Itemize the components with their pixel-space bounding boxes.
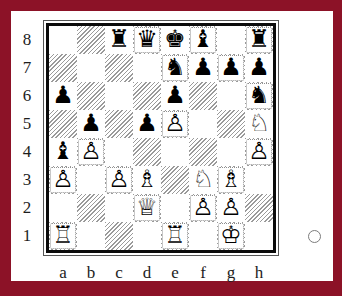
- square-a6[interactable]: ♟: [49, 82, 77, 110]
- square-d5[interactable]: ♟: [133, 110, 161, 138]
- square-f3[interactable]: ♘: [189, 166, 217, 194]
- piece-white-rook[interactable]: ♖: [52, 223, 74, 247]
- piece-halo: ♟: [218, 55, 244, 81]
- piece-halo: ♕: [134, 195, 160, 221]
- square-h1[interactable]: [245, 222, 273, 250]
- piece-white-pawn[interactable]: ♙: [80, 139, 102, 163]
- piece-white-king[interactable]: ♔: [220, 223, 242, 247]
- square-a1[interactable]: ♖: [49, 222, 77, 250]
- square-a3[interactable]: ♙: [49, 166, 77, 194]
- piece-halo: ♙: [246, 139, 272, 165]
- file-label-e: e: [161, 262, 189, 284]
- file-labels: abcdefgh: [49, 262, 273, 284]
- square-h8[interactable]: ♜: [245, 26, 273, 54]
- diagram-panel: 87654321 ♜♛♚♝♜♞♟♟♟♟♟♞♟♟♙♘♝♙♙♙♙♗♘♗♕♙♙♖♖♔ …: [11, 11, 333, 281]
- square-a8[interactable]: [49, 26, 77, 54]
- piece-white-queen[interactable]: ♕: [136, 195, 158, 219]
- piece-white-pawn[interactable]: ♙: [164, 111, 186, 135]
- piece-black-knight[interactable]: ♞: [164, 55, 186, 79]
- square-a2[interactable]: [49, 194, 77, 222]
- square-e1[interactable]: ♖: [161, 222, 189, 250]
- square-b6[interactable]: [77, 82, 105, 110]
- square-d6[interactable]: [133, 82, 161, 110]
- square-d4[interactable]: [133, 138, 161, 166]
- square-b7[interactable]: [77, 54, 105, 82]
- square-c1[interactable]: [105, 222, 133, 250]
- piece-white-bishop[interactable]: ♗: [220, 167, 242, 191]
- board: ♜♛♚♝♜♞♟♟♟♟♟♞♟♟♙♘♝♙♙♙♙♗♘♗♕♙♙♖♖♔: [46, 23, 276, 253]
- square-f8[interactable]: ♝: [189, 26, 217, 54]
- square-a7[interactable]: [49, 54, 77, 82]
- square-g6[interactable]: [217, 82, 245, 110]
- square-g4[interactable]: [217, 138, 245, 166]
- piece-white-knight[interactable]: ♘: [248, 111, 270, 135]
- piece-halo: ♙: [162, 111, 188, 137]
- rank-label-2: 2: [14, 194, 40, 222]
- square-a5[interactable]: [49, 110, 77, 138]
- piece-black-knight[interactable]: ♞: [248, 83, 270, 107]
- square-c4[interactable]: [105, 138, 133, 166]
- square-e5[interactable]: ♙: [161, 110, 189, 138]
- file-label-f: f: [189, 262, 217, 284]
- white-to-move-indicator: [308, 230, 321, 243]
- square-e3[interactable]: [161, 166, 189, 194]
- piece-black-queen[interactable]: ♛: [136, 27, 158, 51]
- piece-white-pawn[interactable]: ♙: [192, 195, 214, 219]
- piece-white-pawn[interactable]: ♙: [108, 167, 130, 191]
- piece-halo: ♝: [190, 27, 216, 53]
- square-e4[interactable]: [161, 138, 189, 166]
- file-label-c: c: [105, 262, 133, 284]
- square-h6[interactable]: ♞: [245, 82, 273, 110]
- square-h4[interactable]: ♙: [245, 138, 273, 166]
- piece-halo: ♞: [246, 83, 272, 109]
- square-g5[interactable]: [217, 110, 245, 138]
- square-g8[interactable]: [217, 26, 245, 54]
- piece-halo: ♙: [106, 167, 132, 193]
- piece-halo: ♞: [162, 55, 188, 81]
- square-c3[interactable]: ♙: [105, 166, 133, 194]
- piece-black-king[interactable]: ♚: [164, 27, 186, 51]
- rank-label-4: 4: [14, 138, 40, 166]
- square-b5[interactable]: ♟: [77, 110, 105, 138]
- piece-halo: ♜: [246, 27, 272, 53]
- piece-white-rook[interactable]: ♖: [164, 223, 186, 247]
- square-c8[interactable]: ♜: [105, 26, 133, 54]
- square-d7[interactable]: [133, 54, 161, 82]
- square-g1[interactable]: ♔: [217, 222, 245, 250]
- square-b4[interactable]: ♙: [77, 138, 105, 166]
- square-f2[interactable]: ♙: [189, 194, 217, 222]
- square-d2[interactable]: ♕: [133, 194, 161, 222]
- piece-black-pawn[interactable]: ♟: [164, 83, 186, 107]
- piece-halo: ♙: [190, 195, 216, 221]
- piece-halo: ♖: [162, 223, 188, 249]
- piece-white-pawn[interactable]: ♙: [248, 139, 270, 163]
- file-label-b: b: [77, 262, 105, 284]
- piece-black-pawn[interactable]: ♟: [52, 83, 74, 107]
- square-d1[interactable]: [133, 222, 161, 250]
- piece-white-pawn[interactable]: ♙: [52, 167, 74, 191]
- chess-diagram-page: 87654321 ♜♛♚♝♜♞♟♟♟♟♟♞♟♟♙♘♝♙♙♙♙♗♘♗♕♙♙♖♖♔ …: [0, 0, 342, 296]
- piece-halo: ♖: [50, 223, 76, 249]
- square-a4[interactable]: ♝: [49, 138, 77, 166]
- piece-halo: ♗: [218, 167, 244, 193]
- piece-halo: ♙: [50, 167, 76, 193]
- square-h3[interactable]: [245, 166, 273, 194]
- rank-label-8: 8: [14, 26, 40, 54]
- piece-black-pawn[interactable]: ♟: [220, 55, 242, 79]
- square-g2[interactable]: ♙: [217, 194, 245, 222]
- square-f6[interactable]: [189, 82, 217, 110]
- square-h5[interactable]: ♘: [245, 110, 273, 138]
- square-f4[interactable]: [189, 138, 217, 166]
- piece-white-knight[interactable]: ♘: [192, 167, 214, 191]
- file-label-a: a: [49, 262, 77, 284]
- piece-black-pawn[interactable]: ♟: [248, 55, 270, 79]
- piece-halo: ♔: [218, 223, 244, 249]
- square-c6[interactable]: [105, 82, 133, 110]
- board-frame: ♜♛♚♝♜♞♟♟♟♟♟♞♟♟♙♘♝♙♙♙♙♗♘♗♕♙♙♖♖♔: [43, 20, 279, 256]
- piece-halo: ♛: [134, 27, 160, 53]
- piece-black-bishop[interactable]: ♝: [192, 27, 214, 51]
- square-d8[interactable]: ♛: [133, 26, 161, 54]
- piece-black-rook[interactable]: ♜: [248, 27, 270, 51]
- square-e2[interactable]: [161, 194, 189, 222]
- square-c5[interactable]: [105, 110, 133, 138]
- file-label-g: g: [217, 262, 245, 284]
- piece-black-pawn[interactable]: ♟: [192, 55, 214, 79]
- file-label-h: h: [245, 262, 273, 284]
- piece-halo: ♙: [78, 139, 104, 165]
- square-f7[interactable]: ♟: [189, 54, 217, 82]
- square-b2[interactable]: [77, 194, 105, 222]
- rank-label-6: 6: [14, 82, 40, 110]
- piece-black-pawn[interactable]: ♟: [80, 111, 102, 135]
- square-f5[interactable]: [189, 110, 217, 138]
- piece-black-rook[interactable]: ♜: [108, 27, 130, 51]
- square-d3[interactable]: ♗: [133, 166, 161, 194]
- piece-white-pawn[interactable]: ♙: [220, 195, 242, 219]
- square-c2[interactable]: [105, 194, 133, 222]
- rank-labels: 87654321: [14, 26, 40, 250]
- rank-label-1: 1: [14, 222, 40, 250]
- square-b8[interactable]: [77, 26, 105, 54]
- square-e8[interactable]: ♚: [161, 26, 189, 54]
- square-g3[interactable]: ♗: [217, 166, 245, 194]
- square-b1[interactable]: [77, 222, 105, 250]
- rank-label-7: 7: [14, 54, 40, 82]
- rank-label-5: 5: [14, 110, 40, 138]
- file-label-d: d: [133, 262, 161, 284]
- square-e7[interactable]: ♞: [161, 54, 189, 82]
- piece-black-bishop[interactable]: ♝: [52, 139, 74, 163]
- square-c7[interactable]: [105, 54, 133, 82]
- piece-black-pawn[interactable]: ♟: [136, 111, 158, 135]
- piece-white-bishop[interactable]: ♗: [136, 167, 158, 191]
- square-g7[interactable]: ♟: [217, 54, 245, 82]
- rank-label-3: 3: [14, 166, 40, 194]
- square-e6[interactable]: ♟: [161, 82, 189, 110]
- square-h2[interactable]: [245, 194, 273, 222]
- square-f1[interactable]: [189, 222, 217, 250]
- square-h7[interactable]: ♟: [245, 54, 273, 82]
- square-b3[interactable]: [77, 166, 105, 194]
